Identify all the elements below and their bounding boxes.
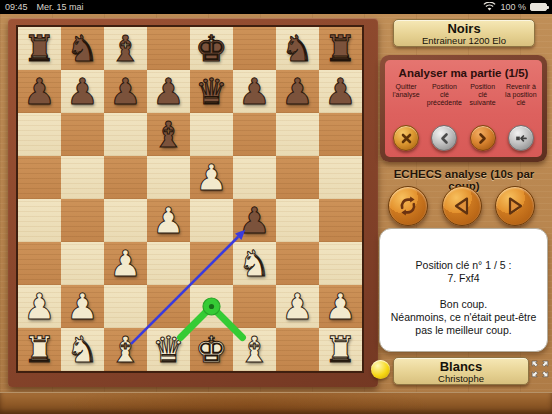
- square-e3[interactable]: [190, 242, 233, 285]
- black-player-plaque: Noirs Entraineur 1200 Elo: [393, 19, 535, 47]
- square-d7[interactable]: ♟: [147, 70, 190, 113]
- battery-icon: [530, 3, 547, 11]
- piece-black-pawn: ♟: [324, 70, 356, 113]
- comment-line-1: Bon coup.: [380, 298, 547, 311]
- square-g5[interactable]: [276, 156, 319, 199]
- square-f7[interactable]: ♟: [233, 70, 276, 113]
- square-a6[interactable]: [18, 113, 61, 156]
- square-b3[interactable]: [61, 242, 104, 285]
- square-e2[interactable]: [190, 285, 233, 328]
- move-forward-button[interactable]: [495, 186, 535, 226]
- square-e5[interactable]: ♟: [190, 156, 233, 199]
- square-a4[interactable]: [18, 199, 61, 242]
- prev-key-position-label: Position clé précédente: [427, 83, 462, 107]
- square-d1[interactable]: ♛: [147, 328, 190, 371]
- piece-white-bishop: ♝: [238, 328, 270, 371]
- status-bar: 09:45 Mer. 15 mai 100 %: [0, 0, 552, 14]
- square-h7[interactable]: ♟: [319, 70, 362, 113]
- return-to-key-position-label: Revenir à la position clé: [505, 83, 537, 107]
- square-f4[interactable]: ♟: [233, 199, 276, 242]
- battery-percent: 100 %: [500, 2, 526, 12]
- return-to-key-position-button[interactable]: [508, 125, 534, 151]
- piece-black-queen: ♛: [195, 70, 227, 113]
- square-b5[interactable]: [61, 156, 104, 199]
- square-f5[interactable]: [233, 156, 276, 199]
- square-c2[interactable]: [104, 285, 147, 328]
- white-player-plaque: Blancs Christophe: [393, 357, 529, 385]
- square-f1[interactable]: ♝: [233, 328, 276, 371]
- chevron-right-icon: [476, 132, 489, 145]
- square-g4[interactable]: [276, 199, 319, 242]
- prev-key-position-button[interactable]: [431, 125, 457, 151]
- analysis-panel-title: Analyser ma partie (1/5): [385, 67, 542, 79]
- square-h2[interactable]: ♟: [319, 285, 362, 328]
- square-c7[interactable]: ♟: [104, 70, 147, 113]
- close-x-icon: [400, 132, 413, 145]
- square-d6[interactable]: ♝: [147, 113, 190, 156]
- square-h6[interactable]: [319, 113, 362, 156]
- square-h8[interactable]: ♜: [319, 27, 362, 70]
- piece-white-bishop: ♝: [109, 328, 141, 371]
- piece-white-pawn: ♟: [324, 285, 356, 328]
- piece-black-rook: ♜: [324, 27, 356, 70]
- key-position-label: Position clé n° 1 / 5 :: [380, 259, 547, 272]
- piece-white-pawn: ♟: [195, 156, 227, 199]
- quit-analysis-button[interactable]: [393, 125, 419, 151]
- back-triangle-icon: [450, 194, 474, 218]
- piece-black-king: ♚: [195, 27, 227, 70]
- piece-white-pawn: ♟: [23, 285, 55, 328]
- square-f6[interactable]: [233, 113, 276, 156]
- square-g7[interactable]: ♟: [276, 70, 319, 113]
- piece-white-rook: ♜: [324, 328, 356, 371]
- piece-white-pawn: ♟: [66, 285, 98, 328]
- square-h1[interactable]: ♜: [319, 328, 362, 371]
- chevron-left-icon: [438, 132, 451, 145]
- piece-white-king: ♚: [195, 328, 227, 371]
- engine-refresh-button[interactable]: [388, 186, 428, 226]
- analysis-comment-panel: Position clé n° 1 / 5 : 7. Fxf4 Bon coup…: [379, 228, 548, 352]
- comment-line-3: pas le meilleur coup.: [380, 324, 547, 337]
- square-c3[interactable]: ♟: [104, 242, 147, 285]
- square-d2[interactable]: [147, 285, 190, 328]
- square-b1[interactable]: ♞: [61, 328, 104, 371]
- fullscreen-expand-icon: [531, 360, 549, 378]
- square-a2[interactable]: ♟: [18, 285, 61, 328]
- square-b8[interactable]: ♞: [61, 27, 104, 70]
- next-key-position-label: Position clé suivante: [470, 83, 496, 107]
- piece-white-knight: ♞: [66, 328, 98, 371]
- piece-black-bishop: ♝: [152, 113, 184, 156]
- square-e8[interactable]: ♚: [190, 27, 233, 70]
- square-c8[interactable]: ♝: [104, 27, 147, 70]
- key-move-label: 7. Fxf4: [380, 272, 547, 285]
- square-d4[interactable]: ♟: [147, 199, 190, 242]
- square-g1[interactable]: [276, 328, 319, 371]
- square-f2[interactable]: [233, 285, 276, 328]
- square-c4[interactable]: [104, 199, 147, 242]
- square-a3[interactable]: [18, 242, 61, 285]
- turn-indicator: [371, 360, 390, 379]
- black-player-name: Noirs: [394, 22, 534, 36]
- piece-black-pawn: ♟: [152, 70, 184, 113]
- square-b2[interactable]: ♟: [61, 285, 104, 328]
- square-g3[interactable]: [276, 242, 319, 285]
- piece-black-pawn: ♟: [238, 199, 270, 242]
- piece-black-knight: ♞: [281, 27, 313, 70]
- square-e4[interactable]: [190, 199, 233, 242]
- square-c6[interactable]: [104, 113, 147, 156]
- square-h4[interactable]: [319, 199, 362, 242]
- piece-black-pawn: ♟: [281, 70, 313, 113]
- square-b6[interactable]: [61, 113, 104, 156]
- square-b7[interactable]: ♟: [61, 70, 104, 113]
- square-g8[interactable]: ♞: [276, 27, 319, 70]
- piece-black-pawn: ♟: [23, 70, 55, 113]
- square-g2[interactable]: ♟: [276, 285, 319, 328]
- piece-black-pawn: ♟: [109, 70, 141, 113]
- square-e7[interactable]: ♛: [190, 70, 233, 113]
- square-a7[interactable]: ♟: [18, 70, 61, 113]
- return-to-position-icon: [514, 132, 528, 145]
- square-f3[interactable]: ♞: [233, 242, 276, 285]
- square-g6[interactable]: [276, 113, 319, 156]
- black-player-subtitle: Entraineur 1200 Elo: [394, 36, 534, 46]
- white-player-name: Blancs: [394, 360, 528, 374]
- chess-board-frame: ♜♞♝♚♞♜♟♟♟♟♛♟♟♟♝♟♟♟♟♞♟♟♟♟♜♞♝♛♚♝♜: [8, 18, 378, 387]
- piece-black-pawn: ♟: [66, 70, 98, 113]
- fullscreen-button[interactable]: [531, 360, 549, 378]
- square-f8[interactable]: [233, 27, 276, 70]
- analysis-panel: Analyser ma partie (1/5) Quitter l'analy…: [380, 55, 547, 162]
- square-d5[interactable]: [147, 156, 190, 199]
- piece-white-rook: ♜: [23, 328, 55, 371]
- square-a5[interactable]: [18, 156, 61, 199]
- square-d3[interactable]: [147, 242, 190, 285]
- wifi-icon: [483, 2, 496, 12]
- piece-black-rook: ♜: [23, 27, 55, 70]
- piece-white-queen: ♛: [152, 328, 184, 371]
- square-b4[interactable]: [61, 199, 104, 242]
- comment-line-2: Néanmoins, ce n'était peut-être: [380, 311, 547, 324]
- table-front-edge: [0, 392, 552, 414]
- square-c1[interactable]: ♝: [104, 328, 147, 371]
- piece-white-pawn: ♟: [152, 199, 184, 242]
- square-c5[interactable]: [104, 156, 147, 199]
- square-e1[interactable]: ♚: [190, 328, 233, 371]
- piece-black-pawn: ♟: [238, 70, 270, 113]
- piece-white-pawn: ♟: [109, 242, 141, 285]
- clock-time: 09:45: [5, 2, 28, 12]
- piece-black-knight: ♞: [66, 27, 98, 70]
- chess-board: ♜♞♝♚♞♜♟♟♟♟♛♟♟♟♝♟♟♟♟♞♟♟♟♟♜♞♝♛♚♝♜: [18, 27, 362, 371]
- square-a8[interactable]: ♜: [18, 27, 61, 70]
- piece-white-knight: ♞: [238, 242, 270, 285]
- square-h5[interactable]: [319, 156, 362, 199]
- date-label: Mer. 15 mai: [37, 2, 84, 12]
- quit-analysis-label: Quitter l'analyse: [393, 83, 420, 99]
- forward-triangle-icon: [503, 194, 527, 218]
- refresh-icon: [396, 194, 420, 218]
- square-e6[interactable]: [190, 113, 233, 156]
- move-back-button[interactable]: [442, 186, 482, 226]
- square-h3[interactable]: [319, 242, 362, 285]
- square-a1[interactable]: ♜: [18, 328, 61, 371]
- next-key-position-button[interactable]: [470, 125, 496, 151]
- white-player-subtitle: Christophe: [394, 374, 528, 384]
- piece-white-pawn: ♟: [281, 285, 313, 328]
- square-d8[interactable]: [147, 27, 190, 70]
- piece-black-bishop: ♝: [109, 27, 141, 70]
